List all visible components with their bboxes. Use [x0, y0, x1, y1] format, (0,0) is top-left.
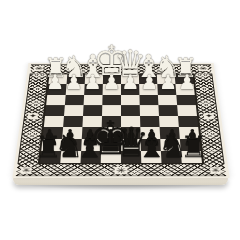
square-h4[interactable] [45, 105, 65, 116]
piece-white-pawn[interactable]: ♟ [159, 72, 177, 92]
square-g3[interactable] [65, 95, 84, 106]
square-e3[interactable] [102, 95, 121, 106]
square-g4[interactable] [64, 105, 84, 116]
product-photo-chess-set: ✳ ✳ ✳ ✳ ✦ ✦ ✳ ♜♞♝♚♛♝♞♜♟♟♟♟♟♟♟♟♟♟♟♟♟♟♟♟♜♞… [0, 0, 240, 240]
piece-white-pawn[interactable]: ♟ [140, 72, 158, 92]
piece-white-pawn[interactable]: ♟ [84, 72, 102, 92]
side-rosette-icon: ✦ [27, 113, 38, 118]
piece-white-pawn[interactable]: ♟ [65, 72, 83, 92]
square-b3[interactable] [158, 95, 177, 106]
side-rosette-icon: ✦ [203, 113, 214, 118]
corner-rosette-icon: ✳ [210, 167, 222, 173]
corner-rosette-icon: ✳ [198, 66, 208, 71]
square-b4[interactable] [158, 105, 178, 116]
piece-white-pawn[interactable]: ♟ [103, 72, 121, 92]
piece-black-rook[interactable]: ♜ [180, 132, 207, 162]
front-star-medallion-icon: ✳ [114, 167, 127, 175]
square-f3[interactable] [84, 95, 103, 106]
square-d3[interactable] [121, 95, 140, 106]
corner-rosette-icon: ✳ [20, 167, 32, 173]
piece-white-pawn[interactable]: ♟ [46, 72, 64, 92]
piece-white-pawn[interactable]: ♟ [178, 72, 196, 92]
square-a3[interactable] [176, 95, 196, 106]
corner-rosette-icon: ✳ [34, 66, 44, 71]
square-a4[interactable] [177, 105, 197, 116]
square-c3[interactable] [139, 95, 158, 106]
square-c4[interactable] [140, 105, 159, 116]
square-h3[interactable] [46, 95, 66, 106]
piece-white-pawn[interactable]: ♟ [121, 72, 139, 92]
